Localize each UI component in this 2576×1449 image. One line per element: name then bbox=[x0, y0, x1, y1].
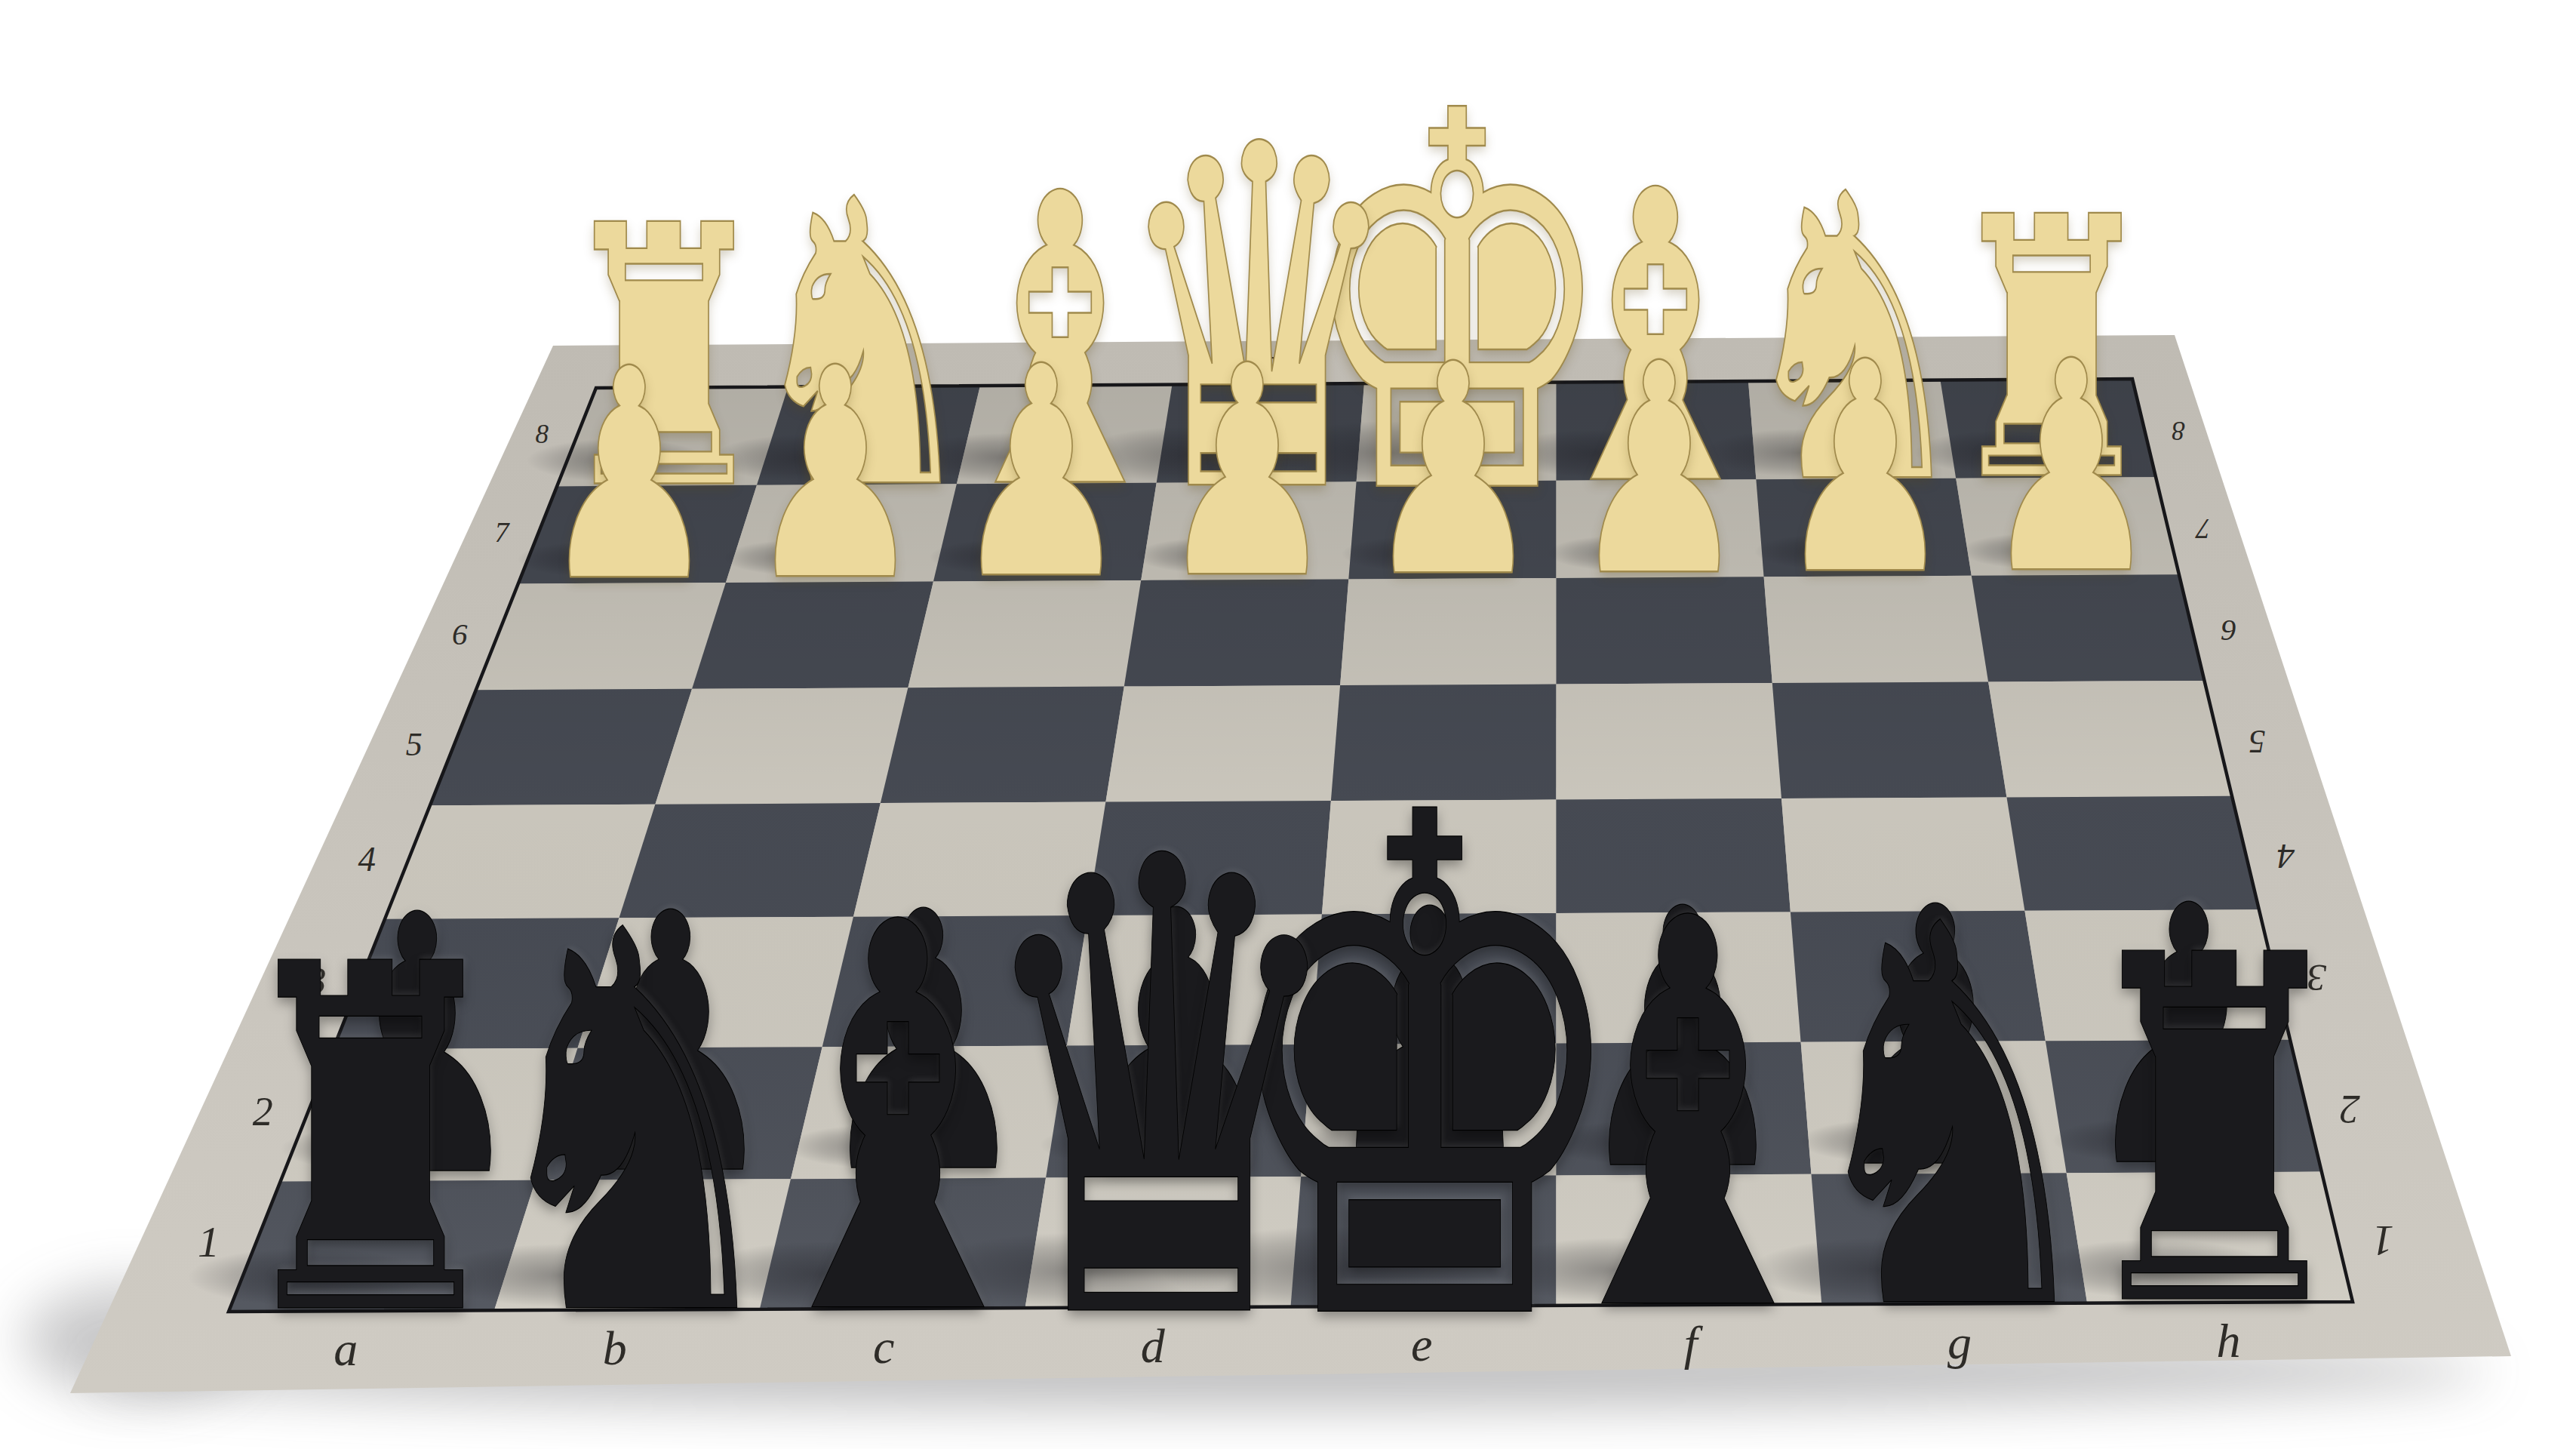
white-pawn-h7[interactable]: ♟ bbox=[1981, 323, 2161, 614]
white-pawn-f7[interactable]: ♟ bbox=[1569, 325, 1749, 617]
white-pawn-b7[interactable]: ♟ bbox=[745, 330, 925, 621]
white-pawn-g7[interactable]: ♟ bbox=[1775, 324, 1955, 615]
white-pawn-e7[interactable]: ♟ bbox=[1363, 326, 1543, 617]
scene: 8877665544332211aabbccddeeffgghh ♜♞♝♛♚♝♞… bbox=[0, 0, 2576, 1449]
white-pawn-c7[interactable]: ♟ bbox=[951, 328, 1131, 620]
pieces-layer: ♜♞♝♛♚♝♞♜♟♟♟♟♟♟♟♟♟♟♟♟♟♟♟♟♜♞♝♛♚♝♞♜ bbox=[0, 0, 2576, 1449]
white-pawn-a7[interactable]: ♟ bbox=[539, 331, 719, 622]
white-pawn-d7[interactable]: ♟ bbox=[1157, 328, 1337, 619]
black-knight-b1[interactable]: ♞ bbox=[472, 865, 795, 1389]
black-rook-a1[interactable]: ♜ bbox=[223, 904, 518, 1381]
